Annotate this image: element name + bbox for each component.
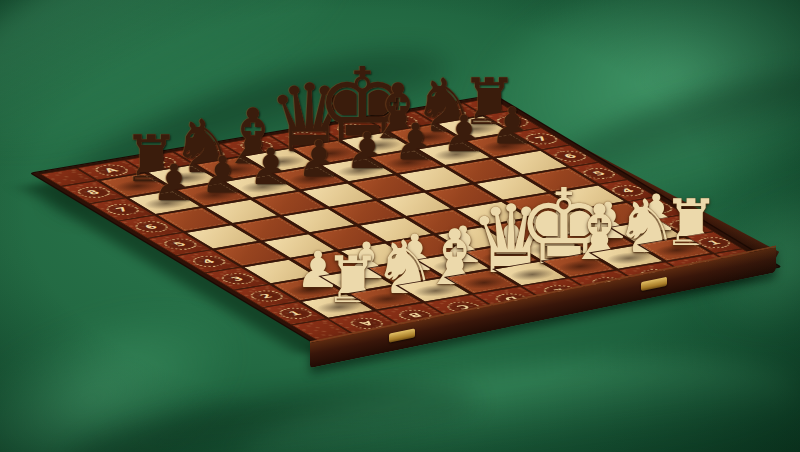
cloth-fold-crease: [57, 366, 483, 452]
brass-clasp-icon: [641, 277, 667, 291]
chess-board: ABCDEFGH8♜♞♝♛♚♝♞♜87♟♟♟♟♟♟♟♟7665544332♟♟♟…: [32, 95, 779, 345]
brass-clasp-icon: [389, 328, 415, 342]
